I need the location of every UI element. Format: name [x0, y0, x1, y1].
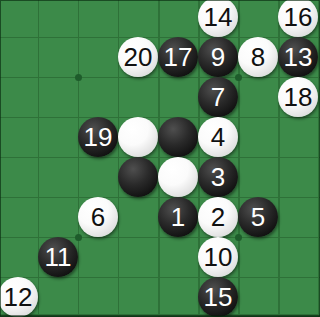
stone-white-6: 6 [78, 197, 118, 237]
stone-black-5: 5 [238, 197, 278, 237]
stone-white-20: 20 [118, 37, 158, 77]
stone-number: 19 [84, 124, 113, 150]
stone-black-unnumbered [118, 157, 158, 197]
stone-white-unnumbered [158, 157, 198, 197]
stone-number: 1 [171, 204, 185, 230]
stone-black-19: 19 [78, 117, 118, 157]
stone-number: 18 [284, 84, 313, 110]
stone-black-3: 3 [198, 157, 238, 197]
stone-number: 4 [211, 124, 225, 150]
star-point [75, 234, 82, 241]
stone-white-8: 8 [238, 37, 278, 77]
stone-black-unnumbered [158, 117, 198, 157]
stone-number: 9 [211, 44, 225, 70]
stone-black-7: 7 [198, 77, 238, 117]
star-point [75, 74, 82, 81]
stone-number: 3 [211, 164, 225, 190]
stone-number: 15 [204, 284, 233, 310]
stone-number: 14 [204, 4, 233, 30]
gomoku-board[interactable]: 1416201798137181943612511101215 [0, 0, 320, 317]
stone-number: 11 [45, 244, 72, 270]
stone-white-unnumbered [118, 117, 158, 157]
stone-black-13: 13 [278, 37, 318, 77]
stone-number: 17 [164, 44, 193, 70]
stone-white-2: 2 [198, 197, 238, 237]
stone-black-9: 9 [198, 37, 238, 77]
stone-black-15: 15 [198, 277, 238, 317]
stone-number: 10 [204, 244, 233, 270]
stone-black-11: 11 [38, 237, 78, 277]
stone-white-16: 16 [278, 0, 318, 37]
star-point [235, 74, 242, 81]
stone-number: 13 [284, 44, 313, 70]
stone-number: 6 [91, 204, 105, 230]
stone-black-1: 1 [158, 197, 198, 237]
stone-number: 5 [251, 204, 265, 230]
stone-white-12: 12 [0, 277, 38, 317]
stone-number: 12 [4, 284, 33, 310]
stone-white-18: 18 [278, 77, 318, 117]
stone-number: 16 [284, 4, 313, 30]
stone-number: 7 [211, 84, 225, 110]
stone-white-10: 10 [198, 237, 238, 277]
stone-white-14: 14 [198, 0, 238, 37]
stone-black-17: 17 [158, 37, 198, 77]
star-point [235, 234, 242, 241]
stone-white-4: 4 [198, 117, 238, 157]
stone-number: 8 [251, 44, 265, 70]
stone-number: 2 [211, 204, 225, 230]
stone-number: 20 [124, 44, 153, 70]
